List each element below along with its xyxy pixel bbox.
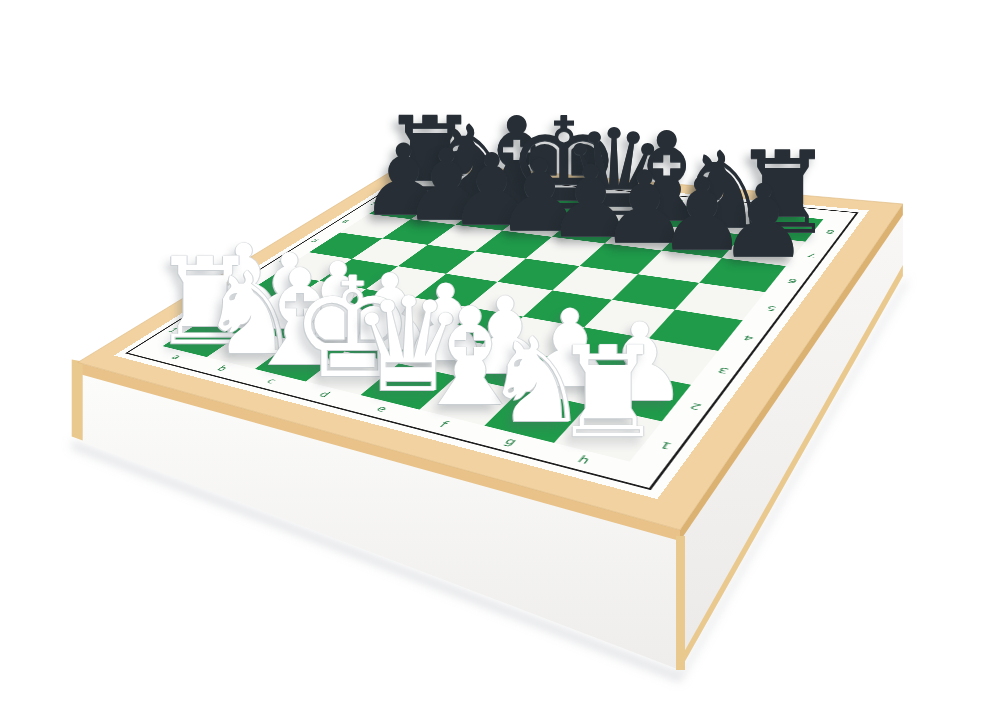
piece-black-pawn-h7[interactable]: ♟ — [719, 171, 809, 271]
box-left-corner-post — [72, 359, 83, 440]
chess-set-photo: aa88bb77cc66dd55ee44ff33gg22hh11 ♜♞♝♚♛♝♞… — [0, 0, 1000, 719]
piece-white-rook-h1[interactable]: ♜ — [552, 330, 665, 456]
box-front-corner-post — [676, 536, 685, 670]
